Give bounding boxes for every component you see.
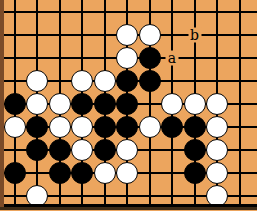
point-label-b: b: [188, 28, 201, 43]
white-stone: [49, 116, 71, 138]
white-stone: [139, 116, 161, 138]
white-stone: [206, 162, 228, 184]
black-stone: [184, 116, 206, 138]
black-stone: [26, 139, 48, 161]
white-stone: [206, 139, 228, 161]
white-stone: [116, 162, 138, 184]
black-stone: [94, 116, 116, 138]
white-stone: [71, 116, 93, 138]
black-stone: [184, 162, 206, 184]
point-label-a: a: [166, 51, 179, 66]
white-stone: [161, 93, 183, 115]
white-stone: [49, 93, 71, 115]
white-stone: [94, 70, 116, 92]
white-stone: [116, 24, 138, 46]
white-stone: [71, 70, 93, 92]
white-stone: [139, 24, 161, 46]
black-stone: [4, 162, 26, 184]
grid-line-horizontal: [0, 11, 257, 13]
white-stone: [26, 70, 48, 92]
white-stone: [184, 93, 206, 115]
black-stone: [161, 116, 183, 138]
white-stone: [206, 93, 228, 115]
black-stone: [116, 116, 138, 138]
white-stone: [206, 116, 228, 138]
black-stone: [49, 162, 71, 184]
black-stone: [26, 116, 48, 138]
white-stone: [71, 139, 93, 161]
black-stone: [116, 70, 138, 92]
black-stone: [139, 70, 161, 92]
black-stone: [71, 162, 93, 184]
diagram-bottom-frame: [0, 207, 257, 210]
go-board-diagram: ab: [0, 0, 257, 211]
black-stone: [71, 93, 93, 115]
black-stone: [139, 47, 161, 69]
black-stone: [116, 93, 138, 115]
white-stone: [26, 93, 48, 115]
black-stone: [94, 93, 116, 115]
diagram-left-frame: [0, 0, 4, 207]
white-stone: [94, 162, 116, 184]
white-stone: [116, 47, 138, 69]
black-stone: [49, 139, 71, 161]
black-stone: [94, 139, 116, 161]
black-stone: [4, 93, 26, 115]
white-stone: [4, 116, 26, 138]
white-stone: [116, 139, 138, 161]
black-stone: [184, 139, 206, 161]
